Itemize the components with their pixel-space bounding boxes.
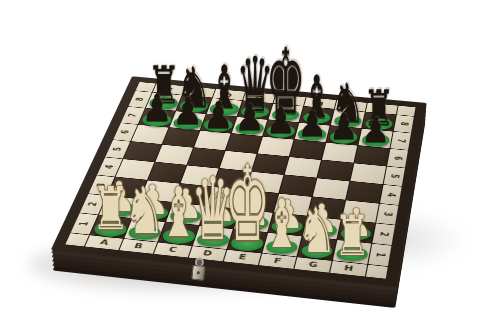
square-h5[interactable] bbox=[350, 163, 386, 184]
coordinate-text: B bbox=[133, 243, 143, 250]
rank-label-2: 2 bbox=[372, 223, 395, 245]
square-g5[interactable] bbox=[317, 160, 353, 181]
board-grid: ABCDEFGH8877665544332211ABCDEFGH bbox=[65, 82, 415, 279]
square-d6[interactable] bbox=[226, 134, 262, 154]
rank-label-6: 6 bbox=[387, 149, 408, 168]
square-g6[interactable] bbox=[322, 143, 357, 163]
square-f5[interactable] bbox=[285, 157, 321, 178]
coordinate-text: F bbox=[273, 257, 282, 264]
coordinate-text: 6 bbox=[392, 156, 403, 161]
chess-board: ABCDEFGH8877665544332211ABCDEFGH bbox=[51, 76, 427, 287]
square-h1[interactable] bbox=[333, 240, 371, 264]
product-photo-stage: ABCDEFGH8877665544332211ABCDEFGH ♜♞♝♛♟♝♚… bbox=[0, 0, 500, 333]
coordinate-text: 1 bbox=[374, 252, 386, 258]
rank-label-8: 8 bbox=[394, 115, 414, 133]
coordinate-text: E bbox=[286, 98, 294, 103]
square-g4[interactable] bbox=[313, 178, 350, 199]
square-c4[interactable] bbox=[181, 165, 219, 186]
square-e2[interactable] bbox=[234, 209, 273, 232]
file-label-C: C bbox=[154, 242, 192, 257]
square-f1[interactable] bbox=[262, 233, 301, 257]
square-c6[interactable] bbox=[194, 131, 231, 151]
square-h4[interactable] bbox=[346, 182, 382, 204]
file-label-E: E bbox=[224, 250, 261, 265]
square-d4[interactable] bbox=[213, 169, 251, 190]
square-g2[interactable] bbox=[303, 216, 341, 239]
coordinate-text: 7 bbox=[128, 113, 139, 117]
square-d7[interactable] bbox=[232, 117, 268, 136]
file-label-H: H bbox=[330, 261, 367, 276]
square-d3[interactable] bbox=[207, 187, 245, 209]
coordinate-text: 5 bbox=[112, 147, 123, 152]
coordinate-text: C bbox=[225, 92, 233, 97]
square-h2[interactable] bbox=[337, 220, 375, 243]
coordinate-text: E bbox=[238, 254, 247, 261]
square-c7[interactable] bbox=[201, 114, 237, 133]
coordinate-text: 3 bbox=[382, 212, 393, 217]
rank-label-4: 4 bbox=[380, 185, 402, 205]
coordinate-text: 2 bbox=[87, 202, 99, 207]
square-f6[interactable] bbox=[290, 140, 326, 160]
coordinate-text: G bbox=[346, 103, 355, 109]
coordinate-text: H bbox=[377, 106, 386, 112]
square-b7[interactable] bbox=[170, 111, 206, 130]
square-c3[interactable] bbox=[173, 184, 212, 206]
square-e6[interactable] bbox=[258, 137, 294, 157]
square-c1[interactable] bbox=[158, 222, 198, 245]
coordinate-text: B bbox=[195, 89, 204, 94]
square-f4[interactable] bbox=[279, 175, 316, 196]
coordinate-text: 4 bbox=[104, 164, 115, 169]
file-label-A: A bbox=[85, 235, 123, 250]
coordinate-text: 2 bbox=[378, 231, 389, 236]
coordinate-text: 8 bbox=[135, 97, 146, 101]
square-f2[interactable] bbox=[268, 213, 306, 236]
coordinate-text: D bbox=[202, 250, 213, 257]
square-h3[interactable] bbox=[342, 200, 379, 222]
border-corner-tile bbox=[366, 265, 388, 279]
coordinate-text: 3 bbox=[96, 183, 108, 188]
square-d2[interactable] bbox=[200, 206, 239, 229]
coordinate-text: 4 bbox=[385, 192, 396, 197]
square-e5[interactable] bbox=[252, 154, 289, 174]
square-c2[interactable] bbox=[166, 203, 205, 225]
square-e3[interactable] bbox=[240, 190, 278, 212]
file-label-D: D bbox=[189, 246, 227, 261]
file-label-B: B bbox=[119, 239, 157, 254]
coordinate-text: A bbox=[165, 86, 174, 91]
coordinate-text: 5 bbox=[389, 174, 400, 179]
coordinate-text: 6 bbox=[120, 130, 131, 134]
coordinate-text: G bbox=[308, 261, 318, 268]
square-h6[interactable] bbox=[354, 146, 389, 166]
coordinate-text: H bbox=[343, 265, 353, 273]
square-e1[interactable] bbox=[228, 229, 268, 252]
coordinate-text: 1 bbox=[78, 221, 90, 226]
coordinate-text: F bbox=[316, 100, 324, 105]
square-g3[interactable] bbox=[308, 197, 345, 219]
rank-label-1: 1 bbox=[368, 244, 391, 266]
coordinate-text: C bbox=[168, 246, 178, 253]
file-label-G: G bbox=[294, 257, 331, 272]
square-g1[interactable] bbox=[298, 236, 337, 260]
square-c5[interactable] bbox=[187, 148, 224, 168]
coordinate-text: 7 bbox=[396, 138, 406, 143]
square-d5[interactable] bbox=[220, 151, 257, 171]
square-d1[interactable] bbox=[193, 226, 233, 249]
rank-label-7: 7 bbox=[390, 132, 410, 150]
square-e4[interactable] bbox=[246, 172, 283, 193]
rank-label-3: 3 bbox=[376, 204, 398, 225]
file-label-F: F bbox=[259, 254, 296, 269]
square-e7[interactable] bbox=[263, 120, 298, 139]
coordinate-text: 8 bbox=[399, 122, 409, 126]
square-f3[interactable] bbox=[274, 194, 312, 216]
rank-label-5: 5 bbox=[384, 166, 405, 186]
coordinate-text: D bbox=[255, 95, 264, 100]
coordinate-text: A bbox=[99, 239, 110, 246]
